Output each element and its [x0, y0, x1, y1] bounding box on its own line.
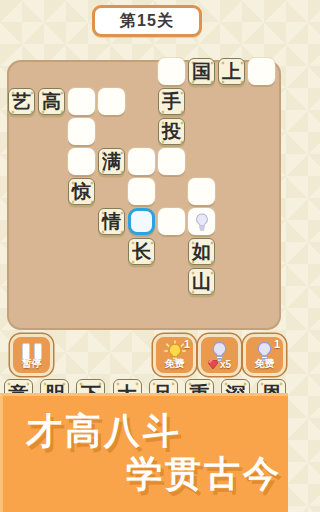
board-tile-empty[interactable]	[98, 88, 125, 115]
promo-banner[interactable]: 才高八斗 学贯古今	[0, 393, 288, 512]
board-tile-empty[interactable]	[68, 118, 95, 145]
hint-count-badge: 1	[274, 338, 280, 350]
board-tile-empty[interactable]	[128, 148, 155, 175]
board-tile-selected[interactable]	[128, 208, 155, 235]
level-badge-text: 第15关	[120, 11, 174, 32]
board-tile-letter[interactable]: 情	[98, 208, 125, 235]
pause-button[interactable]: 暂停	[10, 334, 53, 376]
board-tile-empty[interactable]	[128, 178, 155, 205]
board-tile-letter[interactable]: 山	[188, 268, 215, 295]
hint-free-label: 免费	[246, 357, 283, 371]
board-tile-letter[interactable]: 惊	[68, 178, 95, 205]
board-tile-empty[interactable]	[248, 58, 275, 85]
board-grid: 国上艺高手投满惊情 长如山	[8, 58, 280, 298]
board-tile-letter[interactable]: 满	[98, 148, 125, 175]
hint-free-label: 免费	[156, 357, 193, 371]
banner-line1: 才高八斗	[26, 413, 182, 449]
board-tile-letter[interactable]: 上	[218, 58, 245, 85]
game-screen: { "game": "chinese-idiom-crossword (成语填字…	[0, 0, 288, 512]
banner-line2: 学贯古今	[126, 456, 282, 492]
board-tile-letter[interactable]: 国	[188, 58, 215, 85]
level-badge: 第15关	[92, 5, 202, 37]
board-tile-letter[interactable]: 投	[158, 118, 185, 145]
board-tile-letter[interactable]: 长	[128, 238, 155, 265]
board-tile-empty[interactable]	[68, 148, 95, 175]
hint-count-badge: 1	[184, 338, 190, 350]
pause-label: 暂停	[13, 357, 50, 371]
board-tile-empty[interactable]	[158, 58, 185, 85]
board-tile-letter[interactable]: 手	[158, 88, 185, 115]
board-tile-hint[interactable]	[188, 208, 215, 235]
board-tile-empty[interactable]	[188, 178, 215, 205]
gem-cost-label: x5	[220, 359, 231, 370]
board-tile-letter[interactable]: 如	[188, 238, 215, 265]
gem-price-row: x5	[201, 359, 238, 370]
board-tile-empty[interactable]	[158, 148, 185, 175]
board-tile-empty[interactable]	[158, 208, 185, 235]
red-gem-icon	[208, 360, 218, 369]
board-tile-letter[interactable]: 高	[38, 88, 65, 115]
board-tile-empty[interactable]	[68, 88, 95, 115]
board-tile-letter[interactable]: 艺	[8, 88, 35, 115]
hint-gem-button[interactable]: x5	[198, 334, 241, 376]
hint-lightbulb-icon	[192, 212, 212, 232]
hint-free-button-left[interactable]: 1 免费	[153, 334, 196, 376]
hint-free-button-right[interactable]: 1 免费	[243, 334, 286, 376]
